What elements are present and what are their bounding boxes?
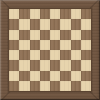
square-d7[interactable]	[40, 19, 50, 29]
square-b4[interactable]	[19, 50, 29, 60]
square-g6[interactable]	[71, 30, 81, 40]
square-h3[interactable]	[81, 60, 91, 70]
square-h6[interactable]	[81, 30, 91, 40]
board-squares	[8, 8, 92, 92]
square-b2[interactable]	[19, 71, 29, 81]
square-a4[interactable]	[9, 50, 19, 60]
square-d2[interactable]	[40, 71, 50, 81]
square-g4[interactable]	[71, 50, 81, 60]
square-f1[interactable]	[60, 81, 70, 91]
square-g2[interactable]	[71, 71, 81, 81]
square-b5[interactable]	[19, 40, 29, 50]
square-e2[interactable]	[50, 71, 60, 81]
square-e1[interactable]	[50, 81, 60, 91]
square-e4[interactable]	[50, 50, 60, 60]
square-b8[interactable]	[19, 9, 29, 19]
square-f8[interactable]	[60, 9, 70, 19]
square-e8[interactable]	[50, 9, 60, 19]
square-a6[interactable]	[9, 30, 19, 40]
square-h4[interactable]	[81, 50, 91, 60]
square-d5[interactable]	[40, 40, 50, 50]
square-f6[interactable]	[60, 30, 70, 40]
square-h7[interactable]	[81, 19, 91, 29]
square-a1[interactable]	[9, 81, 19, 91]
square-c4[interactable]	[30, 50, 40, 60]
square-h8[interactable]	[81, 9, 91, 19]
square-a2[interactable]	[9, 71, 19, 81]
square-c8[interactable]	[30, 9, 40, 19]
square-g7[interactable]	[71, 19, 81, 29]
square-g5[interactable]	[71, 40, 81, 50]
square-f4[interactable]	[60, 50, 70, 60]
square-b6[interactable]	[19, 30, 29, 40]
square-c6[interactable]	[30, 30, 40, 40]
square-e7[interactable]	[50, 19, 60, 29]
square-f3[interactable]	[60, 60, 70, 70]
square-d3[interactable]	[40, 60, 50, 70]
chess-board	[0, 0, 100, 100]
square-a8[interactable]	[9, 9, 19, 19]
square-b3[interactable]	[19, 60, 29, 70]
square-e6[interactable]	[50, 30, 60, 40]
square-a5[interactable]	[9, 40, 19, 50]
square-f5[interactable]	[60, 40, 70, 50]
square-f2[interactable]	[60, 71, 70, 81]
square-g1[interactable]	[71, 81, 81, 91]
square-c3[interactable]	[30, 60, 40, 70]
square-b1[interactable]	[19, 81, 29, 91]
square-c1[interactable]	[30, 81, 40, 91]
square-c7[interactable]	[30, 19, 40, 29]
square-h5[interactable]	[81, 40, 91, 50]
square-d6[interactable]	[40, 30, 50, 40]
square-g3[interactable]	[71, 60, 81, 70]
square-e5[interactable]	[50, 40, 60, 50]
square-c5[interactable]	[30, 40, 40, 50]
square-a7[interactable]	[9, 19, 19, 29]
square-d8[interactable]	[40, 9, 50, 19]
square-d1[interactable]	[40, 81, 50, 91]
square-e3[interactable]	[50, 60, 60, 70]
square-a3[interactable]	[9, 60, 19, 70]
square-b7[interactable]	[19, 19, 29, 29]
square-d4[interactable]	[40, 50, 50, 60]
square-g8[interactable]	[71, 9, 81, 19]
square-h1[interactable]	[81, 81, 91, 91]
square-c2[interactable]	[30, 71, 40, 81]
square-h2[interactable]	[81, 71, 91, 81]
square-f7[interactable]	[60, 19, 70, 29]
